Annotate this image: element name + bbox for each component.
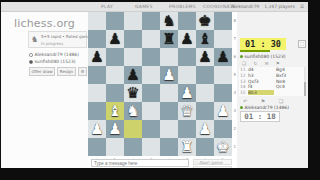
- move-row-15[interactable]: 15Bb3: [239, 90, 304, 96]
- move-list-scrollbar[interactable]: [304, 67, 306, 96]
- square-d7[interactable]: [142, 30, 160, 48]
- lichess-logo[interactable]: lichess.org: [1, 17, 88, 30]
- square-h7[interactable]: [214, 30, 232, 48]
- square-a1[interactable]: [88, 138, 106, 156]
- sidebar: lichess.org ♞ 5+5 rapid • Rated game In …: [1, 12, 88, 168]
- square-e6[interactable]: [160, 48, 178, 66]
- square-b5[interactable]: [106, 66, 124, 84]
- square-c8[interactable]: [124, 12, 142, 30]
- white-p-f4[interactable]: ♟: [178, 84, 196, 102]
- flag-icon: ⚐: [195, 161, 198, 165]
- square-f2[interactable]: [178, 120, 196, 138]
- square-d1[interactable]: [142, 138, 160, 156]
- rank-label-3: 3: [234, 102, 237, 120]
- gear-icon[interactable]: ⚙: [78, 67, 87, 76]
- white-p-g2[interactable]: ♟: [196, 120, 214, 138]
- black-p-c5[interactable]: ♟: [124, 66, 142, 84]
- white-clock: 01 : 18: [240, 111, 280, 122]
- square-a7[interactable]: [88, 30, 106, 48]
- nav-username[interactable]: Aleksandr79: [231, 4, 259, 9]
- move-list[interactable]: 11d4Bg412h3Bxf313Qxf3Ne814f4Qc415Bb3: [239, 67, 304, 96]
- rank-label-1: 1: [234, 138, 237, 156]
- move-number: 12: [240, 73, 247, 78]
- white-move[interactable]: Qxf3: [248, 79, 274, 84]
- square-d4[interactable]: [142, 84, 160, 102]
- rank-label-2: 2: [234, 120, 237, 138]
- white-n-c3[interactable]: ♞: [124, 102, 142, 120]
- black-move[interactable]: Ne8: [276, 79, 302, 84]
- move-number: 13: [240, 79, 247, 84]
- square-b4[interactable]: [106, 84, 124, 102]
- resign-button[interactable]: Resign: [57, 67, 76, 76]
- square-a8[interactable]: [88, 12, 106, 30]
- white-p-a2[interactable]: ♟: [88, 120, 106, 138]
- game-panel: 01 : 30 ⛶ sunfish080 (1523) ❏ ↻ ✉ ⚑ 11d4…: [237, 12, 308, 168]
- square-g4[interactable]: [196, 84, 214, 102]
- square-e2[interactable]: [160, 120, 178, 138]
- black-r-e7[interactable]: ♜: [160, 30, 178, 48]
- rank-label-8: 8: [234, 12, 237, 30]
- square-d5[interactable]: [142, 66, 160, 84]
- square-b1[interactable]: [106, 138, 124, 156]
- square-h4[interactable]: [214, 84, 232, 102]
- knight-icon: ♞: [31, 35, 38, 44]
- square-f6[interactable]: [178, 48, 196, 66]
- top-nav: PlayGamesProblemsCoordinate Aleksandr79 …: [1, 2, 308, 12]
- square-c1[interactable]: [124, 138, 142, 156]
- rank-label-6: 6: [234, 48, 237, 66]
- white-q-f3[interactable]: ♛: [178, 102, 196, 120]
- rank-label-7: 7: [234, 30, 237, 48]
- abort-game-link[interactable]: ⚐Abort game: [193, 159, 232, 165]
- radio-icon-selected[interactable]: [29, 60, 33, 64]
- white-p-e5[interactable]: ♟: [160, 66, 178, 84]
- panel-toolbar-icons[interactable]: ❏ ↻ ✉ ⚑: [242, 61, 283, 66]
- square-g5[interactable]: [196, 66, 214, 84]
- radio-icon[interactable]: [29, 53, 33, 57]
- square-b6[interactable]: [106, 48, 124, 66]
- chat-input[interactable]: [91, 159, 189, 167]
- black-clock: 01 : 30: [240, 38, 286, 50]
- black-move[interactable]: Bg4: [276, 67, 302, 72]
- square-h5[interactable]: [214, 66, 232, 84]
- clock-progress-bar: [240, 50, 270, 52]
- black-p-a6[interactable]: ♟: [88, 48, 106, 66]
- square-g3[interactable]: [196, 102, 214, 120]
- white-move[interactable]: h3: [248, 73, 274, 78]
- white-move[interactable]: d4: [248, 67, 274, 72]
- black-n-e8[interactable]: ♞: [160, 12, 178, 30]
- player-radio-black[interactable]: sunfish080 (1523): [29, 59, 76, 64]
- rank-label-4: 4: [234, 84, 237, 102]
- white-k-h1[interactable]: ♚: [214, 138, 232, 156]
- black-p-b7[interactable]: ♟: [106, 30, 124, 48]
- white-move[interactable]: f4: [248, 84, 274, 89]
- square-h8[interactable]: [214, 12, 232, 30]
- rank-label-5: 5: [234, 66, 237, 84]
- square-d6[interactable]: [142, 48, 160, 66]
- square-a3[interactable]: [88, 102, 106, 120]
- square-a4[interactable]: [88, 84, 106, 102]
- nav-right: Aleksandr79 1,247 players ☰: [231, 4, 304, 9]
- game-info-line1: 5+5 rapid • Rated game: [41, 34, 90, 39]
- white-move[interactable]: Bb3: [248, 90, 274, 95]
- square-f5[interactable]: [178, 66, 196, 84]
- square-c2[interactable]: [124, 120, 142, 138]
- square-a5[interactable]: [88, 66, 106, 84]
- square-g1[interactable]: [196, 138, 214, 156]
- scrollbar-thumb[interactable]: [304, 82, 306, 96]
- player-radio-white[interactable]: Aleksandr79 (1486): [29, 52, 79, 57]
- panel-bottom-icons[interactable]: ↶ ⚑ ❏: [243, 98, 289, 104]
- nav-item-games[interactable]: Games: [135, 4, 153, 9]
- nav-item-problems[interactable]: Problems: [169, 4, 196, 9]
- nav-item-play[interactable]: Play: [101, 4, 113, 9]
- move-number: 15: [240, 90, 247, 95]
- expand-icon[interactable]: ⛶: [298, 40, 306, 48]
- black-p-h6[interactable]: ♟: [214, 48, 232, 66]
- black-b-g7[interactable]: ♝: [196, 30, 214, 48]
- square-d2[interactable]: [142, 120, 160, 138]
- square-e1[interactable]: [160, 138, 178, 156]
- page-frame: PlayGamesProblemsCoordinate Aleksandr79 …: [1, 2, 308, 168]
- square-e4[interactable]: [160, 84, 178, 102]
- opponent-row[interactable]: sunfish080 (1523): [240, 54, 286, 59]
- online-dot-icon: [240, 106, 243, 109]
- square-b8[interactable]: [106, 12, 124, 30]
- move-number: 11: [240, 67, 247, 72]
- square-e3[interactable]: [160, 102, 178, 120]
- game-info-line2: In progress: [41, 41, 63, 46]
- hamburger-icon[interactable]: ☰: [300, 4, 304, 9]
- nav-status: 1,247 players: [264, 4, 295, 9]
- offer-draw-button[interactable]: Offer draw: [29, 67, 55, 76]
- game-info-box: ♞ 5+5 rapid • Rated game In progress: [28, 31, 87, 48]
- player-row[interactable]: Aleksandr79 (1486): [240, 105, 289, 110]
- black-k-g8[interactable]: ♚: [196, 12, 214, 30]
- square-h2[interactable]: [214, 120, 232, 138]
- white-r-f1[interactable]: ♜: [178, 138, 196, 156]
- black-p-f7[interactable]: ♟: [178, 30, 196, 48]
- square-f8[interactable]: [178, 12, 196, 30]
- online-dot-icon: [240, 55, 243, 58]
- chess-board[interactable]: ♞♚♟♜♟♝♟♟♟♟♟♛♟♝♞♛♟♟♟♟♜♚abcdefgh87654321: [88, 12, 232, 156]
- letterbox-top: [0, 0, 320, 2]
- letterbox-right: [308, 0, 320, 180]
- square-c7[interactable]: [124, 30, 142, 48]
- black-p-g6[interactable]: ♟: [196, 48, 214, 66]
- black-move[interactable]: Bxf3: [276, 73, 302, 78]
- white-p-h3[interactable]: ♟: [214, 102, 232, 120]
- letterbox-bottom: [0, 168, 320, 180]
- black-q-c4[interactable]: ♛: [124, 84, 142, 102]
- square-d8[interactable]: [142, 12, 160, 30]
- black-move[interactable]: Qc4: [276, 84, 302, 89]
- square-d3[interactable]: [142, 102, 160, 120]
- square-c6[interactable]: [124, 48, 142, 66]
- white-b-b3[interactable]: ♝: [106, 102, 124, 120]
- white-p-b2[interactable]: ♟: [106, 120, 124, 138]
- move-number: 14: [240, 84, 247, 89]
